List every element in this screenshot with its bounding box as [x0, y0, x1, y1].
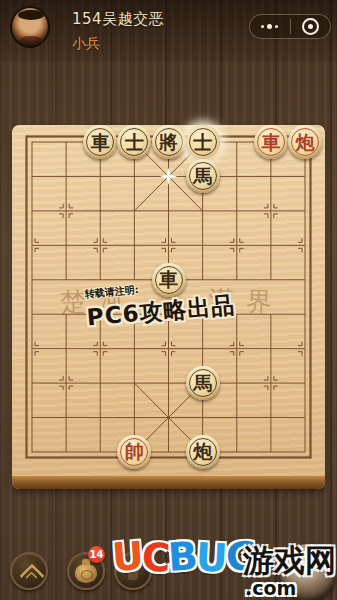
dot-icon — [267, 24, 272, 29]
piece-black-馬[interactable]: 馬 — [186, 366, 220, 400]
piece-glyph: 馬 — [193, 374, 212, 393]
board-bottom-bevel — [12, 476, 325, 489]
piece-glyph: 士 — [125, 133, 144, 152]
piece-glyph: 車 — [91, 133, 110, 152]
player-rank: 小兵 — [72, 35, 164, 53]
dot-icon — [275, 25, 278, 28]
piece-black-車[interactable]: 車 — [83, 125, 117, 159]
app-screen: 154吴越交恶 小兵 楚河 漢界 車士將士馬車馬炮車炮帥 转载请注明: PC6攻… — [0, 0, 337, 600]
piece-glyph: 炮 — [296, 133, 315, 152]
more-button[interactable] — [250, 15, 290, 38]
site-letter: U — [111, 536, 143, 577]
title-block: 154吴越交恶 小兵 — [72, 10, 164, 53]
piece-black-士[interactable]: 士 — [186, 125, 220, 159]
site-letter: C — [141, 537, 170, 577]
reward-badge: 14 — [88, 546, 105, 563]
target-circle-icon — [302, 18, 319, 35]
piece-black-炮[interactable]: 炮 — [186, 435, 220, 469]
site-letter: U — [195, 537, 227, 577]
level-title: 154吴越交恶 — [72, 10, 164, 29]
piece-red-炮[interactable]: 炮 — [288, 125, 322, 159]
avatar[interactable] — [10, 6, 50, 48]
piece-black-將[interactable]: 將 — [152, 125, 186, 159]
piece-glyph: 炮 — [193, 442, 212, 461]
miniprogram-capsule — [249, 14, 331, 39]
site-watermark-domain: .com — [245, 577, 296, 599]
xiangqi-board[interactable]: 楚河 漢界 車士將士馬車馬炮車炮帥 转载请注明: PC6攻略出品 — [12, 125, 325, 489]
piece-glyph: 車 — [261, 133, 280, 152]
site-watermark-cn: 游戏网 — [243, 540, 336, 582]
piece-black-馬[interactable]: 馬 — [186, 159, 220, 193]
piece-red-車[interactable]: 車 — [254, 125, 288, 159]
exit-button[interactable] — [291, 15, 331, 38]
money-bag-icon — [75, 564, 97, 583]
piece-glyph: 馬 — [193, 167, 212, 186]
piece-glyph: 士 — [193, 133, 212, 152]
site-letter: B — [167, 536, 197, 577]
piece-glyph: 帥 — [125, 442, 144, 461]
site-watermark: UCBUG — [112, 537, 256, 576]
dot-icon — [261, 25, 264, 28]
header-bar: 154吴越交恶 小兵 — [0, 0, 337, 62]
expand-button[interactable] — [10, 552, 48, 590]
piece-glyph: 將 — [159, 133, 178, 152]
